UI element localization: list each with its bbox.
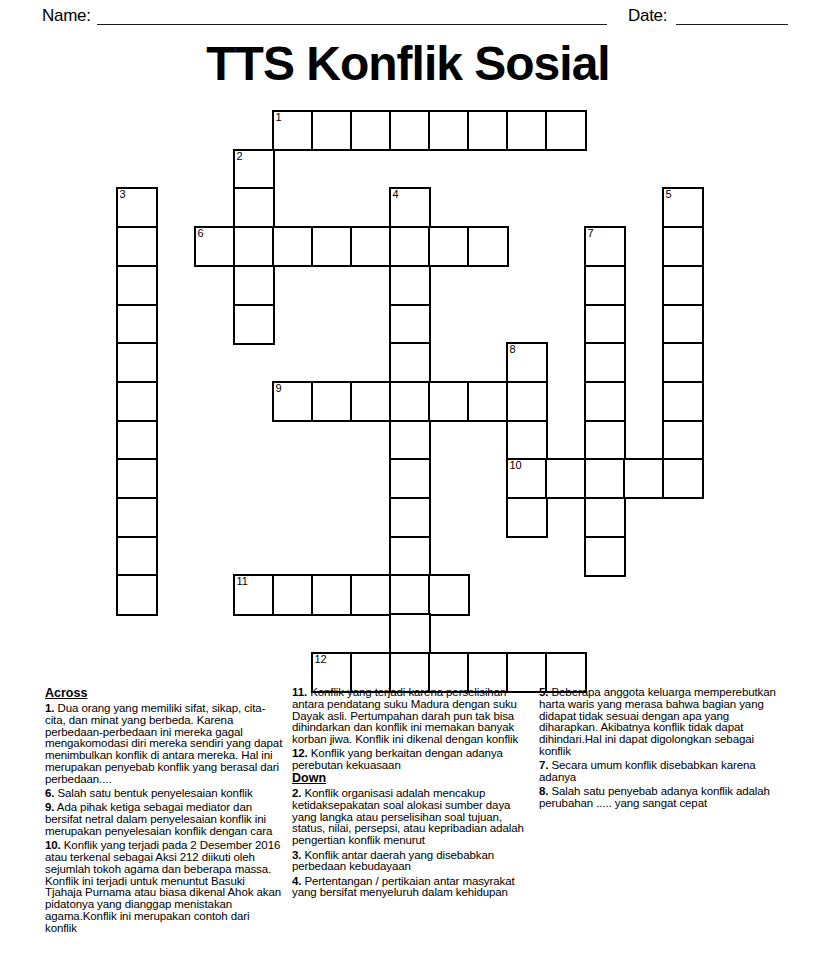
clue-down-2: 2. Konflik organisasi adalah mencakup ke… — [292, 788, 530, 847]
cell-r4c12[interactable] — [584, 265, 626, 306]
cell-number-2: 2 — [237, 150, 243, 163]
cell-number-3: 3 — [120, 188, 126, 201]
cell-number-8: 8 — [510, 343, 516, 356]
cell-r6c0[interactable] — [116, 342, 158, 383]
clue-down-5: 5. Beberapa anggota keluarga memperebutk… — [539, 687, 777, 758]
clue-number: 10. — [45, 839, 61, 851]
cell-r4c0[interactable] — [116, 265, 158, 306]
cell-r7c12[interactable] — [584, 381, 626, 422]
clue-across-1: 1. Dua orang yang memiliki sifat, sikap,… — [45, 703, 283, 786]
cell-r3c14[interactable] — [662, 226, 704, 267]
cell-r9c10[interactable]: 10 — [506, 458, 548, 499]
cell-r7c10[interactable] — [506, 381, 548, 422]
clue-across-12: 12. Konflik yang berkaitan dengan adanya… — [292, 748, 530, 772]
clue-number: 7. — [539, 759, 548, 771]
cell-r3c2[interactable]: 6 — [194, 226, 236, 267]
clue-down-3: 3. Konflik antar daerah yang disebabkan … — [292, 850, 530, 874]
cell-r3c7[interactable] — [389, 226, 431, 267]
clue-down-7: 7. Secara umum konflik disebabkan karena… — [539, 760, 777, 784]
cell-r8c7[interactable] — [389, 420, 431, 461]
clue-number: 12. — [292, 747, 308, 759]
cell-r3c6[interactable] — [350, 226, 392, 267]
cell-r3c12[interactable]: 7 — [584, 226, 626, 267]
cell-r10c10[interactable] — [506, 497, 548, 538]
cell-r13c7[interactable] — [389, 613, 431, 654]
cell-r2c0[interactable]: 3 — [116, 187, 158, 228]
cell-r3c4[interactable] — [272, 226, 314, 267]
cell-r6c14[interactable] — [662, 342, 704, 383]
cell-r2c3[interactable] — [233, 187, 275, 228]
cell-r0c9[interactable] — [467, 110, 509, 151]
cell-r12c5[interactable] — [311, 574, 353, 615]
cell-number-9: 9 — [276, 382, 282, 395]
cell-r9c0[interactable] — [116, 458, 158, 499]
clue-down-4: 4. Pertentangan / pertikaian antar masyr… — [292, 876, 530, 900]
cell-number-5: 5 — [666, 188, 672, 201]
clue-number: 11. — [292, 686, 307, 698]
cell-r1c3[interactable]: 2 — [233, 149, 275, 190]
name-label: Name: — [42, 6, 91, 26]
cell-r5c7[interactable] — [389, 304, 431, 345]
clue-number: 8. — [539, 785, 548, 797]
cell-r7c5[interactable] — [311, 381, 353, 422]
cell-r5c3[interactable] — [233, 304, 275, 345]
cell-r9c13[interactable] — [623, 458, 665, 499]
clue-number: 2. — [292, 787, 301, 799]
cell-r8c0[interactable] — [116, 420, 158, 461]
cell-number-7: 7 — [588, 227, 594, 240]
cell-r0c6[interactable] — [350, 110, 392, 151]
cell-r8c14[interactable] — [662, 420, 704, 461]
cell-r8c10[interactable] — [506, 420, 548, 461]
across-header: Across — [45, 687, 283, 700]
cell-r7c0[interactable] — [116, 381, 158, 422]
cell-r2c7[interactable]: 4 — [389, 187, 431, 228]
cell-r3c3[interactable] — [233, 226, 275, 267]
cell-r9c7[interactable] — [389, 458, 431, 499]
cell-r11c12[interactable] — [584, 536, 626, 577]
cell-r0c8[interactable] — [428, 110, 470, 151]
cell-r12c4[interactable] — [272, 574, 314, 615]
name-field[interactable] — [97, 6, 607, 25]
cell-r12c0[interactable] — [116, 574, 158, 615]
cell-r7c4[interactable]: 9 — [272, 381, 314, 422]
cell-r3c5[interactable] — [311, 226, 353, 267]
cell-r0c11[interactable] — [545, 110, 587, 151]
cell-r0c10[interactable] — [506, 110, 548, 151]
clue-across-10: 10. Konflik yang terjadi pada 2 Desember… — [45, 840, 283, 934]
clue-list: Across1. Dua orang yang memiliki sifat, … — [45, 687, 790, 957]
cell-r6c7[interactable] — [389, 342, 431, 383]
cell-r10c7[interactable] — [389, 497, 431, 538]
cell-r11c0[interactable] — [116, 536, 158, 577]
cell-r12c7[interactable] — [389, 574, 431, 615]
cell-r10c0[interactable] — [116, 497, 158, 538]
clue-across-6: 6. Salah satu bentuk penyelesaian konfli… — [45, 788, 283, 800]
cell-r10c12[interactable] — [584, 497, 626, 538]
cell-r8c12[interactable] — [584, 420, 626, 461]
cell-r3c8[interactable] — [428, 226, 470, 267]
date-field[interactable] — [676, 6, 788, 25]
clue-column-1: Across1. Dua orang yang memiliki sifat, … — [45, 687, 283, 935]
cell-number-10: 10 — [510, 459, 522, 472]
cell-r4c7[interactable] — [389, 265, 431, 306]
down-header: Down — [292, 772, 530, 785]
cell-r3c0[interactable] — [116, 226, 158, 267]
cell-r7c7[interactable] — [389, 381, 431, 422]
cell-r4c14[interactable] — [662, 265, 704, 306]
cell-number-12: 12 — [315, 653, 327, 666]
clue-column-2: 11. Konflik yang terjadi karena perselis… — [292, 687, 530, 899]
clue-number: 9. — [45, 801, 54, 813]
clue-number: 1. — [45, 702, 54, 714]
clue-down-8: 8. Salah satu penyebab adanya konflik ad… — [539, 786, 777, 810]
clue-number: 6. — [45, 787, 54, 799]
cell-r9c12[interactable] — [584, 458, 626, 499]
cell-number-4: 4 — [393, 188, 399, 201]
cell-r5c14[interactable] — [662, 304, 704, 345]
clue-across-11: 11. Konflik yang terjadi karena perselis… — [292, 687, 530, 746]
cell-number-6: 6 — [198, 227, 204, 240]
cell-r7c6[interactable] — [350, 381, 392, 422]
cell-number-1: 1 — [276, 111, 282, 124]
cell-r2c14[interactable]: 5 — [662, 187, 704, 228]
cell-r0c5[interactable] — [311, 110, 353, 151]
worksheet-header: Name: Date: — [0, 0, 816, 30]
cell-r4c3[interactable] — [233, 265, 275, 306]
cell-r11c7[interactable] — [389, 536, 431, 577]
cell-r5c12[interactable] — [584, 304, 626, 345]
cell-r0c4[interactable]: 1 — [272, 110, 314, 151]
cell-r7c8[interactable] — [428, 381, 470, 422]
clue-number: 4. — [292, 875, 301, 887]
cell-r9c14[interactable] — [662, 458, 704, 499]
page-title: TTS Konflik Sosial — [0, 36, 816, 91]
cell-number-11: 11 — [237, 575, 248, 588]
cell-r5c0[interactable] — [116, 304, 158, 345]
cell-r12c3[interactable]: 11 — [233, 574, 275, 615]
cell-r12c8[interactable] — [428, 574, 470, 615]
cell-r6c12[interactable] — [584, 342, 626, 383]
date-label: Date: — [628, 6, 667, 26]
cell-r12c6[interactable] — [350, 574, 392, 615]
cell-r0c7[interactable] — [389, 110, 431, 151]
clue-column-3: 5. Beberapa anggota keluarga memperebutk… — [539, 687, 777, 810]
crossword-grid: 123456789101112 — [116, 110, 704, 694]
cell-r7c14[interactable] — [662, 381, 704, 422]
clue-across-9: 9. Ada pihak ketiga sebagai mediator dan… — [45, 802, 283, 837]
clue-number: 3. — [292, 849, 301, 861]
clue-number: 5. — [539, 686, 548, 698]
cell-r3c9[interactable] — [467, 226, 509, 267]
cell-r7c9[interactable] — [467, 381, 509, 422]
cell-r9c11[interactable] — [545, 458, 587, 499]
cell-r6c10[interactable]: 8 — [506, 342, 548, 383]
